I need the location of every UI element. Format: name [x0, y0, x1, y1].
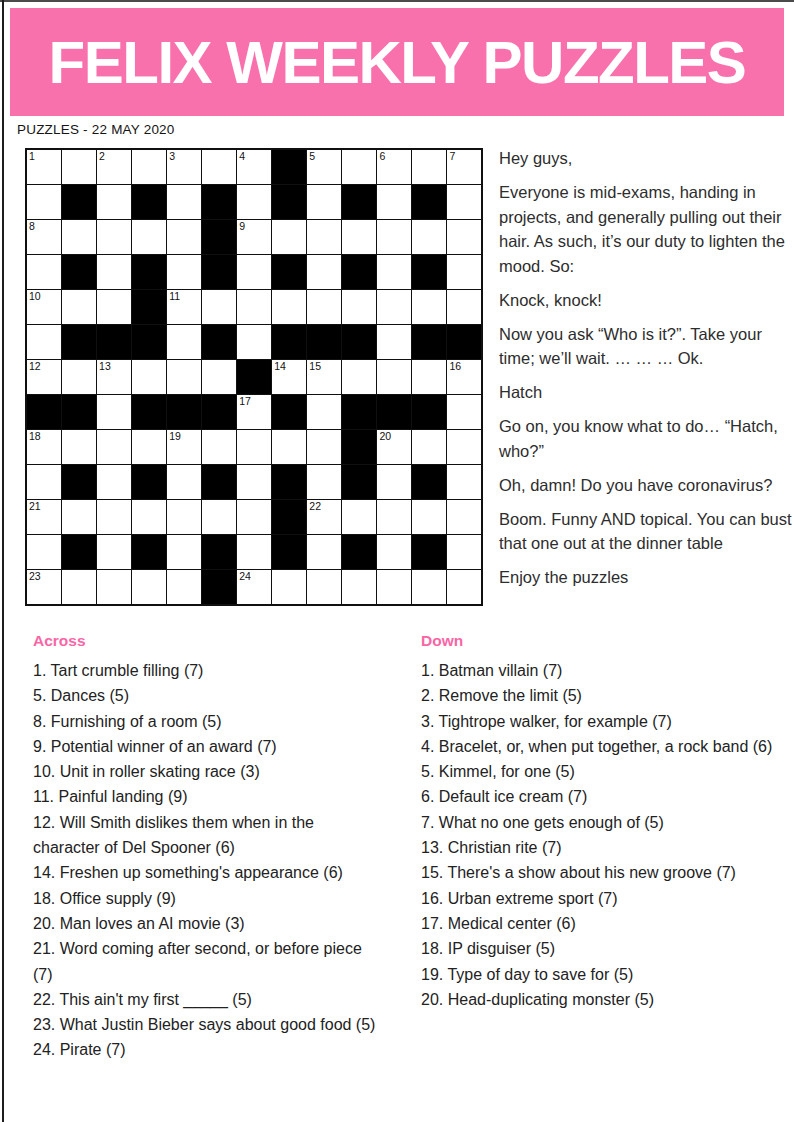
down-heading: Down [421, 631, 789, 651]
clue-item: 13. Christian rite (7) [421, 835, 789, 860]
letter-cell[interactable]: 21 [27, 500, 61, 534]
block-cell [412, 325, 446, 359]
letter-cell[interactable] [62, 500, 96, 534]
letter-cell[interactable] [412, 500, 446, 534]
letter-cell[interactable] [307, 255, 341, 289]
clue-number: 18 [29, 430, 41, 443]
letter-cell[interactable] [132, 220, 166, 254]
clue-item: 24. Pirate (7) [33, 1037, 385, 1062]
letter-cell[interactable]: 10 [27, 290, 61, 324]
letter-cell[interactable] [412, 430, 446, 464]
block-cell [97, 325, 131, 359]
clue-item: 23. What Justin Bieber says about good f… [33, 1012, 385, 1037]
letter-cell[interactable] [237, 430, 271, 464]
clue-item: 9. Potential winner of an award (7) [33, 734, 385, 759]
block-cell [272, 255, 306, 289]
across-clues-section: Across 1. Tart crumble filling (7)5. Dan… [33, 631, 385, 1063]
clue-number: 15 [309, 360, 321, 373]
letter-cell[interactable] [27, 185, 61, 219]
clue-item: 5. Dances (5) [33, 683, 385, 708]
block-cell [27, 395, 61, 429]
letter-cell[interactable] [167, 535, 201, 569]
intro-paragraph: Oh, damn! Do you have coronavirus? [499, 473, 792, 498]
clue-item: 10. Unit in roller skating race (3) [33, 759, 385, 784]
block-cell [202, 570, 236, 604]
clue-number: 12 [29, 360, 41, 373]
clue-number: 9 [239, 220, 245, 233]
letter-cell[interactable] [377, 360, 411, 394]
block-cell [272, 535, 306, 569]
page-subtitle: PUZZLES - 22 MAY 2020 [17, 122, 175, 137]
letter-cell[interactable]: 1 [27, 150, 61, 184]
letter-cell[interactable] [167, 325, 201, 359]
clue-item: 8. Furnishing of a room (5) [33, 709, 385, 734]
letter-cell[interactable] [62, 290, 96, 324]
letter-cell[interactable] [447, 255, 481, 289]
block-cell [272, 500, 306, 534]
clue-number: 5 [309, 150, 315, 163]
letter-cell[interactable] [272, 430, 306, 464]
letter-cell[interactable]: 24 [237, 570, 271, 604]
letter-cell[interactable] [62, 430, 96, 464]
block-cell [62, 325, 96, 359]
letter-cell[interactable] [167, 500, 201, 534]
clue-item: 17. Medical center (6) [421, 911, 789, 936]
block-cell [412, 465, 446, 499]
block-cell [202, 465, 236, 499]
letter-cell[interactable] [412, 290, 446, 324]
clue-number: 21 [29, 500, 41, 513]
letter-cell[interactable] [307, 220, 341, 254]
clue-number: 1 [29, 150, 35, 163]
letter-cell[interactable] [202, 150, 236, 184]
block-cell [342, 325, 376, 359]
block-cell [342, 255, 376, 289]
block-cell [202, 395, 236, 429]
letter-cell[interactable] [237, 255, 271, 289]
clue-item: 19. Type of day to save for (5) [421, 962, 789, 987]
letter-cell[interactable] [27, 325, 61, 359]
intro-paragraph: Knock, knock! [499, 288, 792, 313]
letter-cell[interactable] [132, 150, 166, 184]
letter-cell[interactable]: 14 [272, 360, 306, 394]
letter-cell[interactable] [377, 325, 411, 359]
clue-number: 19 [169, 430, 181, 443]
letter-cell[interactable] [97, 430, 131, 464]
page-title: FELIX WEEKLY PUZZLES [49, 28, 746, 97]
down-clues-section: Down 1. Batman villain (7)2. Remove the … [421, 631, 789, 1012]
letter-cell[interactable] [447, 500, 481, 534]
letter-cell[interactable] [342, 290, 376, 324]
letter-cell[interactable] [62, 150, 96, 184]
letter-cell[interactable]: 13 [97, 360, 131, 394]
block-cell [272, 465, 306, 499]
letter-cell[interactable] [27, 535, 61, 569]
letter-cell[interactable] [377, 255, 411, 289]
letter-cell[interactable]: 8 [27, 220, 61, 254]
clue-item: 22. This ain't my first _____ (5) [33, 987, 385, 1012]
letter-cell[interactable] [167, 570, 201, 604]
clue-item: 4. Bracelet, or, when put together, a ro… [421, 734, 789, 759]
letter-cell[interactable] [202, 290, 236, 324]
letter-cell[interactable] [132, 430, 166, 464]
letter-cell[interactable] [447, 570, 481, 604]
letter-cell[interactable] [342, 500, 376, 534]
clue-item: 18. Office supply (9) [33, 886, 385, 911]
block-cell [62, 255, 96, 289]
letter-cell[interactable]: 2 [97, 150, 131, 184]
letter-cell[interactable] [97, 395, 131, 429]
letter-cell[interactable] [377, 465, 411, 499]
letter-cell[interactable] [307, 430, 341, 464]
intro-paragraph: Enjoy the puzzles [499, 565, 792, 590]
block-cell [272, 150, 306, 184]
letter-cell[interactable] [202, 500, 236, 534]
letter-cell[interactable] [342, 570, 376, 604]
letter-cell[interactable] [377, 220, 411, 254]
clue-item: 18. IP disguiser (5) [421, 936, 789, 961]
block-cell [167, 395, 201, 429]
block-cell [132, 535, 166, 569]
block-cell [62, 395, 96, 429]
letter-cell[interactable] [272, 290, 306, 324]
letter-cell[interactable] [62, 360, 96, 394]
block-cell [202, 255, 236, 289]
letter-cell[interactable] [377, 570, 411, 604]
letter-cell[interactable] [97, 185, 131, 219]
letter-cell[interactable] [412, 220, 446, 254]
clue-item: 1. Batman villain (7) [421, 658, 789, 683]
clue-number: 11 [169, 290, 180, 303]
clue-item: 11. Painful landing (9) [33, 784, 385, 809]
letter-cell[interactable] [202, 360, 236, 394]
letter-cell[interactable] [412, 360, 446, 394]
letter-cell[interactable] [307, 570, 341, 604]
letter-cell[interactable] [377, 290, 411, 324]
block-cell [202, 325, 236, 359]
clue-item: 12. Will Smith dislikes them when in the… [33, 810, 385, 861]
letter-cell[interactable] [167, 360, 201, 394]
clue-number: 17 [239, 395, 251, 408]
page-left-edge-line [2, 0, 4, 1122]
letter-cell[interactable] [167, 465, 201, 499]
clue-item: 14. Freshen up something's appearance (6… [33, 860, 385, 885]
letter-cell[interactable] [237, 535, 271, 569]
letter-cell[interactable] [377, 500, 411, 534]
block-cell [62, 535, 96, 569]
letter-cell[interactable]: 16 [447, 360, 481, 394]
block-cell [132, 255, 166, 289]
letter-cell[interactable] [97, 290, 131, 324]
letter-cell[interactable]: 3 [167, 150, 201, 184]
block-cell [62, 465, 96, 499]
letter-cell[interactable]: 20 [377, 430, 411, 464]
letter-cell[interactable] [412, 570, 446, 604]
letter-cell[interactable] [27, 465, 61, 499]
block-cell [272, 395, 306, 429]
letter-cell[interactable] [447, 465, 481, 499]
letter-cell[interactable] [62, 570, 96, 604]
letter-cell[interactable] [342, 360, 376, 394]
page-top-edge-line [0, 0, 794, 2]
clue-item: 21. Word coming after second, or before … [33, 936, 385, 987]
block-cell [307, 325, 341, 359]
clue-item: 1. Tart crumble filling (7) [33, 658, 385, 683]
intro-paragraph: Now you ask “Who is it?”. Take your time… [499, 322, 792, 371]
block-cell [272, 185, 306, 219]
letter-cell[interactable] [237, 325, 271, 359]
clue-item: 6. Default ice cream (7) [421, 784, 789, 809]
letter-cell[interactable] [447, 535, 481, 569]
block-cell [202, 220, 236, 254]
letter-cell[interactable] [62, 220, 96, 254]
letter-cell[interactable] [237, 500, 271, 534]
block-cell [342, 535, 376, 569]
letter-cell[interactable] [307, 395, 341, 429]
block-cell [412, 185, 446, 219]
letter-cell[interactable] [272, 220, 306, 254]
letter-cell[interactable]: 11 [167, 290, 201, 324]
clue-number: 16 [449, 360, 461, 373]
letter-cell[interactable] [447, 185, 481, 219]
letter-cell[interactable] [237, 185, 271, 219]
clue-number: 14 [274, 360, 286, 373]
block-cell [342, 185, 376, 219]
letter-cell[interactable] [377, 535, 411, 569]
letter-cell[interactable] [307, 535, 341, 569]
block-cell [447, 325, 481, 359]
block-cell [132, 185, 166, 219]
letter-cell[interactable] [307, 185, 341, 219]
block-cell [342, 395, 376, 429]
clue-item: 7. What no one gets enough of (5) [421, 810, 789, 835]
block-cell [237, 360, 271, 394]
block-cell [412, 535, 446, 569]
intro-text: Hey guys,Everyone is mid-exams, handing … [499, 146, 792, 599]
block-cell [62, 185, 96, 219]
clue-item: 2. Remove the limit (5) [421, 683, 789, 708]
letter-cell[interactable]: 19 [167, 430, 201, 464]
letter-cell[interactable] [97, 465, 131, 499]
intro-paragraph: Go on, you know what to do… “Hatch, who?… [499, 414, 792, 463]
letter-cell[interactable] [97, 220, 131, 254]
across-clue-list: 1. Tart crumble filling (7)5. Dances (5)… [33, 658, 385, 1063]
letter-cell[interactable]: 6 [377, 150, 411, 184]
letter-cell[interactable]: 9 [237, 220, 271, 254]
letter-cell[interactable] [307, 290, 341, 324]
letter-cell[interactable] [167, 255, 201, 289]
letter-cell[interactable]: 17 [237, 395, 271, 429]
letter-cell[interactable] [447, 290, 481, 324]
clue-number: 10 [29, 290, 41, 303]
block-cell [272, 325, 306, 359]
letter-cell[interactable] [412, 150, 446, 184]
letter-cell[interactable] [342, 220, 376, 254]
block-cell [132, 325, 166, 359]
letter-cell[interactable] [307, 465, 341, 499]
letter-cell[interactable] [237, 465, 271, 499]
clue-number: 3 [169, 150, 175, 163]
letter-cell[interactable] [27, 255, 61, 289]
intro-paragraph: Hey guys, [499, 146, 792, 171]
letter-cell[interactable] [132, 570, 166, 604]
clue-number: 6 [379, 150, 385, 163]
clue-number: 24 [239, 570, 251, 583]
clue-number: 4 [239, 150, 245, 163]
intro-paragraph: Boom. Funny AND topical. You can bust th… [499, 507, 792, 556]
block-cell [202, 185, 236, 219]
letter-cell[interactable] [97, 500, 131, 534]
block-cell [342, 430, 376, 464]
block-cell [202, 535, 236, 569]
letter-cell[interactable] [342, 150, 376, 184]
letter-cell[interactable]: 12 [27, 360, 61, 394]
clue-item: 16. Urban extreme sport (7) [421, 886, 789, 911]
clue-number: 8 [29, 220, 35, 233]
letter-cell[interactable] [447, 395, 481, 429]
letter-cell[interactable]: 23 [27, 570, 61, 604]
letter-cell[interactable] [272, 570, 306, 604]
letter-cell[interactable] [97, 255, 131, 289]
letter-cell[interactable] [132, 500, 166, 534]
clue-number: 23 [29, 570, 41, 583]
crossword-grid: 123456789101112131415161718192021222324 [25, 148, 483, 606]
letter-cell[interactable] [167, 185, 201, 219]
block-cell [132, 395, 166, 429]
block-cell [342, 465, 376, 499]
letter-cell[interactable] [97, 570, 131, 604]
clue-item: 15. There's a show about his new groove … [421, 860, 789, 885]
letter-cell[interactable] [132, 360, 166, 394]
block-cell [132, 290, 166, 324]
letter-cell[interactable]: 7 [447, 150, 481, 184]
letter-cell[interactable]: 4 [237, 150, 271, 184]
intro-paragraph: Hatch [499, 380, 792, 405]
clue-number: 7 [449, 150, 455, 163]
letter-cell[interactable] [447, 220, 481, 254]
letter-cell[interactable] [447, 430, 481, 464]
letter-cell[interactable] [237, 290, 271, 324]
intro-paragraph: Everyone is mid-exams, handing in projec… [499, 180, 792, 278]
clue-item: 20. Man loves an AI movie (3) [33, 911, 385, 936]
block-cell [412, 395, 446, 429]
title-banner: FELIX WEEKLY PUZZLES [10, 8, 784, 116]
clue-number: 20 [379, 430, 391, 443]
letter-cell[interactable]: 15 [307, 360, 341, 394]
letter-cell[interactable]: 22 [307, 500, 341, 534]
down-clue-list: 1. Batman villain (7)2. Remove the limit… [421, 658, 789, 1012]
letter-cell[interactable] [97, 535, 131, 569]
block-cell [377, 395, 411, 429]
clue-item: 5. Kimmel, for one (5) [421, 759, 789, 784]
letter-cell[interactable] [167, 220, 201, 254]
across-heading: Across [33, 631, 385, 651]
letter-cell[interactable]: 18 [27, 430, 61, 464]
clue-number: 2 [99, 150, 105, 163]
clue-item: 3. Tightrope walker, for example (7) [421, 709, 789, 734]
letter-cell[interactable]: 5 [307, 150, 341, 184]
clue-number: 22 [309, 500, 321, 513]
letter-cell[interactable] [377, 185, 411, 219]
letter-cell[interactable] [202, 430, 236, 464]
block-cell [412, 255, 446, 289]
clue-item: 20. Head-duplicating monster (5) [421, 987, 789, 1012]
clue-number: 13 [99, 360, 111, 373]
block-cell [132, 465, 166, 499]
